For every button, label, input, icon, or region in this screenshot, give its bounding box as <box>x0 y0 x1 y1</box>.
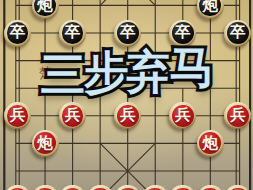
piece-black-卒[interactable]: 卒 <box>224 20 251 47</box>
piece-disc: 炮 <box>199 132 221 154</box>
piece-glyph: 卒 <box>230 25 246 41</box>
piece-disc: 帥 <box>117 188 139 190</box>
piece-red-相[interactable]: 相 <box>169 185 196 190</box>
piece-disc: 兵 <box>117 105 139 127</box>
piece-disc: 相 <box>172 188 194 190</box>
piece-disc: 車 <box>227 188 249 190</box>
piece-black-炮[interactable]: 炮 <box>32 0 59 19</box>
piece-black-卒[interactable]: 卒 <box>114 20 141 47</box>
piece-glyph: 炮 <box>203 0 219 13</box>
piece-black-卒[interactable]: 卒 <box>4 20 31 47</box>
piece-disc: 仕 <box>89 188 111 190</box>
piece-red-仕[interactable]: 仕 <box>142 185 169 190</box>
piece-disc: 相 <box>62 188 84 190</box>
piece-disc: 車 <box>7 188 29 190</box>
piece-red-馬[interactable]: 馬 <box>32 185 59 190</box>
piece-black-炮[interactable]: 炮 <box>197 0 224 19</box>
piece-disc: 炮 <box>199 0 221 16</box>
piece-red-炮[interactable]: 炮 <box>197 130 224 157</box>
piece-red-兵[interactable]: 兵 <box>224 102 251 129</box>
piece-disc: 炮 <box>34 132 56 154</box>
piece-red-兵[interactable]: 兵 <box>4 102 31 129</box>
piece-red-炮[interactable]: 炮 <box>32 130 59 157</box>
piece-red-車[interactable]: 車 <box>4 185 31 190</box>
piece-glyph: 卒 <box>120 25 136 41</box>
piece-red-相[interactable]: 相 <box>59 185 86 190</box>
piece-glyph: 兵 <box>175 108 191 124</box>
piece-glyph: 兵 <box>10 108 26 124</box>
piece-glyph: 兵 <box>230 108 246 124</box>
piece-black-卒[interactable]: 卒 <box>169 20 196 47</box>
piece-glyph: 卒 <box>175 25 191 41</box>
piece-red-兵[interactable]: 兵 <box>169 102 196 129</box>
xiangqi-board: 楚 炮炮卒卒卒卒卒兵兵兵兵兵炮炮車馬相仕帥仕相馬車 三步弃马 <box>0 0 253 190</box>
piece-disc: 馬 <box>199 188 221 190</box>
piece-glyph: 卒 <box>10 25 26 41</box>
piece-red-仕[interactable]: 仕 <box>87 185 114 190</box>
piece-disc: 兵 <box>227 105 249 127</box>
piece-glyph: 炮 <box>203 135 219 151</box>
piece-disc: 仕 <box>144 188 166 190</box>
piece-black-卒[interactable]: 卒 <box>59 20 86 47</box>
piece-red-兵[interactable]: 兵 <box>114 102 141 129</box>
piece-disc: 兵 <box>7 105 29 127</box>
piece-disc: 卒 <box>62 22 84 44</box>
piece-disc: 炮 <box>34 0 56 16</box>
piece-red-兵[interactable]: 兵 <box>59 102 86 129</box>
piece-glyph: 兵 <box>120 108 136 124</box>
piece-disc: 兵 <box>172 105 194 127</box>
piece-glyph: 卒 <box>65 25 81 41</box>
piece-disc: 卒 <box>117 22 139 44</box>
piece-disc: 卒 <box>172 22 194 44</box>
piece-grid: 炮炮卒卒卒卒卒兵兵兵兵兵炮炮車馬相仕帥仕相馬車 <box>4 0 252 190</box>
piece-red-馬[interactable]: 馬 <box>197 185 224 190</box>
piece-disc: 卒 <box>227 22 249 44</box>
piece-disc: 馬 <box>34 188 56 190</box>
piece-disc: 卒 <box>7 22 29 44</box>
piece-red-車[interactable]: 車 <box>224 185 251 190</box>
piece-glyph: 炮 <box>37 135 53 151</box>
piece-glyph: 兵 <box>65 108 81 124</box>
piece-disc: 兵 <box>62 105 84 127</box>
piece-red-帥[interactable]: 帥 <box>114 185 141 190</box>
piece-glyph: 炮 <box>37 0 53 13</box>
